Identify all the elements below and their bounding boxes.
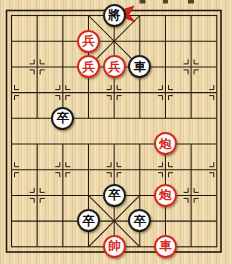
piece-red-soldier[interactable]: 兵 — [77, 55, 100, 78]
piece-red-general[interactable]: 帥 — [103, 235, 126, 258]
piece-red-cannon[interactable]: 炮 — [154, 184, 177, 207]
piece-black-general[interactable]: 將 — [103, 4, 126, 27]
piece-black-chariot[interactable]: 車 — [128, 55, 151, 78]
piece-red-cannon[interactable]: 炮 — [154, 132, 177, 155]
board-grid: 將兵兵兵車卒炮卒炮卒卒帥車 — [0, 3, 230, 260]
piece-red-soldier[interactable]: 兵 — [77, 30, 100, 53]
piece-red-chariot[interactable]: 車 — [154, 235, 177, 258]
piece-red-soldier[interactable]: 兵 — [103, 55, 126, 78]
piece-black-soldier[interactable]: 卒 — [77, 209, 100, 232]
piece-black-soldier[interactable]: 卒 — [51, 107, 74, 130]
piece-black-soldier[interactable]: 卒 — [103, 184, 126, 207]
piece-black-soldier[interactable]: 卒 — [128, 209, 151, 232]
xiangqi-board-screen: 將兵兵兵車卒炮卒炮卒卒帥車 — [0, 0, 232, 264]
